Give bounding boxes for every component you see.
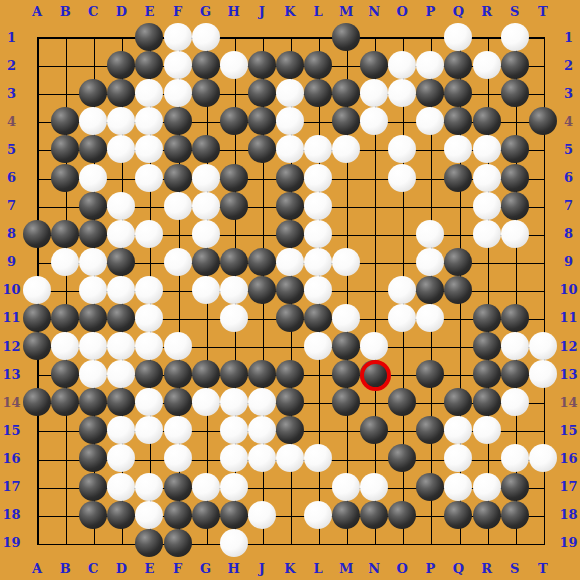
black-stone [473, 107, 501, 135]
black-stone [164, 388, 192, 416]
white-stone [192, 220, 220, 248]
white-stone [164, 332, 192, 360]
row-label: 13 [0, 360, 23, 388]
row-label: 14 [557, 388, 580, 416]
row-label: 18 [557, 501, 580, 529]
white-stone [23, 276, 51, 304]
black-stone [79, 220, 107, 248]
row-label: 2 [0, 51, 23, 79]
black-stone [501, 192, 529, 220]
column-label: S [501, 0, 529, 23]
column-label: F [163, 557, 191, 580]
black-stone [164, 360, 192, 388]
white-stone [304, 220, 332, 248]
column-label: P [416, 557, 444, 580]
black-stone [23, 220, 51, 248]
white-stone [473, 416, 501, 444]
white-stone [107, 473, 135, 501]
white-stone [220, 473, 248, 501]
row-label: 5 [557, 135, 580, 163]
white-stone [164, 416, 192, 444]
white-stone [135, 164, 163, 192]
column-label: G [192, 0, 220, 23]
column-label: R [473, 0, 501, 23]
white-stone [164, 192, 192, 220]
column-label: E [135, 557, 163, 580]
white-stone [79, 164, 107, 192]
white-stone [304, 501, 332, 529]
row-label: 12 [557, 332, 580, 360]
white-stone [304, 192, 332, 220]
white-stone [501, 388, 529, 416]
white-stone [388, 276, 416, 304]
black-stone [248, 51, 276, 79]
row-label: 13 [557, 360, 580, 388]
black-stone [220, 107, 248, 135]
column-label: A [23, 0, 51, 23]
black-stone [444, 164, 472, 192]
white-stone [164, 79, 192, 107]
column-label: H [220, 0, 248, 23]
row-label: 5 [0, 135, 23, 163]
column-label: M [332, 557, 360, 580]
row-labels-left: 12345678910111213141516171819 [0, 23, 23, 558]
row-label: 3 [557, 79, 580, 107]
white-stone [304, 248, 332, 276]
white-stone [79, 248, 107, 276]
white-stone [529, 444, 557, 472]
white-stone [164, 23, 192, 51]
white-stone [220, 388, 248, 416]
black-stone [501, 135, 529, 163]
white-stone [416, 248, 444, 276]
white-stone [444, 473, 472, 501]
row-label: 6 [557, 163, 580, 191]
row-label: 7 [0, 192, 23, 220]
black-stone [248, 360, 276, 388]
white-stone [501, 220, 529, 248]
white-stone [304, 332, 332, 360]
column-label: M [332, 0, 360, 23]
row-label: 14 [0, 388, 23, 416]
column-label: Q [444, 0, 472, 23]
goban: ABCDEFGHJKLMNOPQRST ABCDEFGHJKLMNOPQRST … [0, 0, 580, 580]
row-label: 1 [0, 23, 23, 51]
black-stone [276, 304, 304, 332]
black-stone [164, 164, 192, 192]
black-stone [220, 501, 248, 529]
black-stone [248, 79, 276, 107]
black-stone [473, 501, 501, 529]
white-stone [473, 192, 501, 220]
column-labels-top: ABCDEFGHJKLMNOPQRST [23, 0, 558, 23]
black-stone [332, 23, 360, 51]
column-label: F [163, 0, 191, 23]
black-stone [164, 107, 192, 135]
black-stone [220, 360, 248, 388]
white-stone [164, 248, 192, 276]
black-stone [79, 192, 107, 220]
black-stone [107, 501, 135, 529]
row-labels-right: 12345678910111213141516171819 [557, 23, 580, 558]
row-label: 8 [557, 220, 580, 248]
black-stone [51, 220, 79, 248]
black-stone [416, 473, 444, 501]
row-label: 7 [557, 192, 580, 220]
black-stone [248, 107, 276, 135]
white-stone [332, 304, 360, 332]
row-label: 4 [557, 107, 580, 135]
column-label: L [304, 0, 332, 23]
white-stone [388, 164, 416, 192]
black-stone [220, 164, 248, 192]
column-label: G [192, 557, 220, 580]
black-stone [388, 501, 416, 529]
black-stone [79, 473, 107, 501]
row-label: 10 [557, 276, 580, 304]
white-stone [416, 220, 444, 248]
column-label: T [529, 0, 557, 23]
row-label: 3 [0, 79, 23, 107]
black-stone [501, 360, 529, 388]
column-label: T [529, 557, 557, 580]
black-stone [276, 192, 304, 220]
row-label: 1 [557, 23, 580, 51]
black-stone [276, 51, 304, 79]
white-stone [220, 276, 248, 304]
white-stone [501, 23, 529, 51]
white-stone [192, 388, 220, 416]
column-label: H [220, 557, 248, 580]
column-label: S [501, 557, 529, 580]
black-stone [192, 360, 220, 388]
column-label: B [51, 557, 79, 580]
black-stone [501, 164, 529, 192]
white-stone [332, 248, 360, 276]
white-stone [304, 276, 332, 304]
column-label: R [473, 557, 501, 580]
column-label: N [360, 557, 388, 580]
black-stone [276, 360, 304, 388]
row-label: 18 [0, 501, 23, 529]
white-stone [135, 473, 163, 501]
row-label: 11 [0, 304, 23, 332]
white-stone [473, 51, 501, 79]
white-stone [220, 304, 248, 332]
white-stone [360, 473, 388, 501]
row-label: 16 [557, 444, 580, 472]
white-stone [51, 248, 79, 276]
white-stone [107, 220, 135, 248]
white-stone [501, 444, 529, 472]
row-label: 17 [0, 473, 23, 501]
white-stone [192, 473, 220, 501]
column-label: O [388, 0, 416, 23]
black-stone [276, 164, 304, 192]
column-label: D [107, 0, 135, 23]
white-stone [220, 529, 248, 557]
black-stone [332, 332, 360, 360]
black-stone [501, 79, 529, 107]
black-stone [248, 248, 276, 276]
white-stone [192, 23, 220, 51]
white-stone [473, 220, 501, 248]
column-label: D [107, 557, 135, 580]
column-label: O [388, 557, 416, 580]
black-stone [501, 501, 529, 529]
black-stone [192, 51, 220, 79]
white-stone [192, 276, 220, 304]
black-stone [276, 388, 304, 416]
black-stone [473, 304, 501, 332]
row-label: 2 [557, 51, 580, 79]
black-stone [248, 276, 276, 304]
white-stone [248, 501, 276, 529]
row-label: 15 [0, 416, 23, 444]
black-stone [473, 388, 501, 416]
row-label: 15 [557, 416, 580, 444]
black-stone [501, 51, 529, 79]
black-stone [220, 192, 248, 220]
black-stone [360, 501, 388, 529]
black-stone [192, 501, 220, 529]
row-label: 4 [0, 107, 23, 135]
white-stone [529, 332, 557, 360]
row-label: 9 [557, 248, 580, 276]
row-label: 16 [0, 444, 23, 472]
white-stone [332, 473, 360, 501]
column-label: C [79, 0, 107, 23]
column-label: E [135, 0, 163, 23]
black-stone [164, 135, 192, 163]
black-stone [192, 79, 220, 107]
black-stone [304, 51, 332, 79]
column-label: L [304, 557, 332, 580]
black-stone [501, 304, 529, 332]
column-label: P [416, 0, 444, 23]
white-stone [276, 79, 304, 107]
white-stone [304, 164, 332, 192]
column-label: J [248, 0, 276, 23]
row-label: 11 [557, 304, 580, 332]
black-stone [444, 501, 472, 529]
black-stone [192, 248, 220, 276]
column-label: K [276, 557, 304, 580]
white-stone [79, 276, 107, 304]
row-label: 17 [557, 473, 580, 501]
black-stone [23, 304, 51, 332]
white-stone [220, 444, 248, 472]
black-stone [192, 135, 220, 163]
row-label: 12 [0, 332, 23, 360]
column-label: N [360, 0, 388, 23]
white-stone [107, 192, 135, 220]
black-stone [501, 473, 529, 501]
row-label: 19 [557, 529, 580, 557]
black-stone [164, 529, 192, 557]
column-labels-bottom: ABCDEFGHJKLMNOPQRST [23, 557, 558, 580]
black-stone [332, 501, 360, 529]
column-label: C [79, 557, 107, 580]
column-label: Q [444, 557, 472, 580]
black-stone [529, 107, 557, 135]
white-stone [192, 192, 220, 220]
white-stone [473, 473, 501, 501]
row-label: 19 [0, 529, 23, 557]
row-label: 6 [0, 163, 23, 191]
black-stone [164, 473, 192, 501]
white-stone [164, 51, 192, 79]
white-stone [473, 164, 501, 192]
column-label: J [248, 557, 276, 580]
column-label: B [51, 0, 79, 23]
row-label: 10 [0, 276, 23, 304]
white-stone [220, 51, 248, 79]
white-stone [164, 444, 192, 472]
black-stone [220, 248, 248, 276]
column-label: K [276, 0, 304, 23]
white-stone [501, 332, 529, 360]
row-label: 9 [0, 248, 23, 276]
black-stone [51, 304, 79, 332]
white-stone [529, 360, 557, 388]
black-stone [23, 332, 51, 360]
black-stone [473, 360, 501, 388]
column-label: A [23, 557, 51, 580]
black-stone [473, 332, 501, 360]
black-stone [276, 276, 304, 304]
white-stone [192, 164, 220, 192]
white-stone [135, 220, 163, 248]
black-stone [79, 501, 107, 529]
white-stone [248, 416, 276, 444]
black-stone [164, 501, 192, 529]
white-stone [276, 248, 304, 276]
black-stone [276, 220, 304, 248]
black-stone [51, 164, 79, 192]
black-stone [304, 304, 332, 332]
black-stone [135, 529, 163, 557]
white-stone [473, 135, 501, 163]
go-board[interactable] [23, 23, 558, 558]
white-stone [248, 388, 276, 416]
white-stone [220, 416, 248, 444]
black-stone [107, 248, 135, 276]
white-stone [135, 501, 163, 529]
row-label: 8 [0, 220, 23, 248]
